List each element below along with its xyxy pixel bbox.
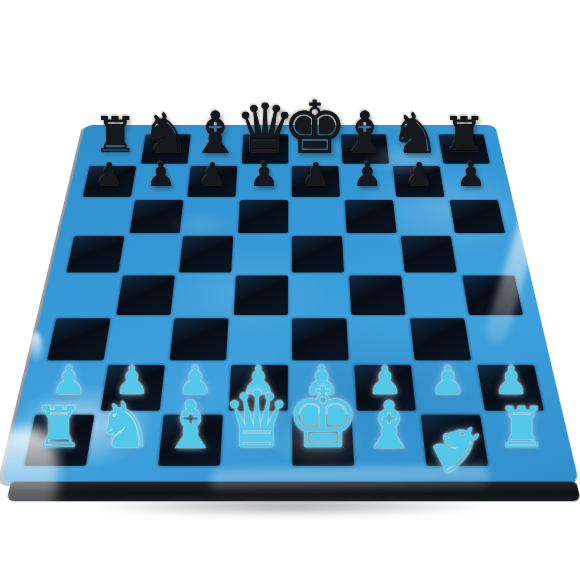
dark-square-inlay xyxy=(116,276,174,315)
photo-canvas: ♜♞♝♛♚♝♞♜♟♟♟♟♟♟♟♟♟♟♟♟♟♟♟♟♜♞♝♛♚♝♞♜ xyxy=(0,0,580,580)
square-e6[interactable] xyxy=(290,198,344,234)
square-c5[interactable] xyxy=(177,235,236,274)
dark-square-inlay xyxy=(238,200,288,233)
square-a5[interactable] xyxy=(64,235,127,274)
square-d5[interactable] xyxy=(234,235,291,274)
square-h3[interactable] xyxy=(467,316,536,362)
square-g4[interactable] xyxy=(403,274,467,316)
square-c4[interactable] xyxy=(172,274,233,316)
piece-black-pawn-d7[interactable]: ♟ xyxy=(250,159,279,192)
square-g5[interactable] xyxy=(399,235,460,274)
piece-black-rook-h8[interactable]: ♜ xyxy=(442,111,486,160)
square-f3[interactable] xyxy=(349,316,413,362)
dark-square-inlay xyxy=(129,200,183,233)
piece-black-rook-a8[interactable]: ♜ xyxy=(93,111,137,160)
dark-square-inlay xyxy=(349,276,405,315)
piece-white-pawn-g2[interactable]: ♟ xyxy=(430,361,466,401)
piece-black-knight-g8[interactable]: ♞ xyxy=(390,106,440,162)
square-c3[interactable] xyxy=(167,316,231,362)
piece-white-bishop-f1[interactable]: ♝ xyxy=(359,392,419,458)
square-b6[interactable] xyxy=(127,198,185,234)
square-h6[interactable] xyxy=(447,198,507,234)
square-f5[interactable] xyxy=(344,235,403,274)
piece-black-knight-b8[interactable]: ♞ xyxy=(140,106,190,162)
piece-black-pawn-f7[interactable]: ♟ xyxy=(353,159,382,192)
dark-square-inlay xyxy=(401,236,457,272)
dark-square-inlay xyxy=(234,276,288,315)
dark-square-inlay xyxy=(344,200,396,233)
piece-white-knight-b1[interactable]: ♞ xyxy=(96,394,153,458)
square-a4[interactable] xyxy=(55,274,121,316)
square-e3[interactable] xyxy=(290,316,351,362)
piece-black-pawn-h7[interactable]: ♟ xyxy=(456,159,485,192)
square-g6[interactable] xyxy=(395,198,453,234)
square-c6[interactable] xyxy=(181,198,237,234)
square-d6[interactable] xyxy=(236,198,290,234)
dark-square-inlay xyxy=(462,276,523,315)
square-b4[interactable] xyxy=(113,274,177,316)
square-h4[interactable] xyxy=(460,274,526,316)
square-f4[interactable] xyxy=(347,274,408,316)
piece-white-rook-a1[interactable]: ♜ xyxy=(33,400,84,457)
square-e4[interactable] xyxy=(290,274,349,316)
square-b3[interactable] xyxy=(106,316,172,362)
square-a6[interactable] xyxy=(73,198,133,234)
piece-black-pawn-a7[interactable]: ♟ xyxy=(94,159,123,192)
piece-white-rook-h1[interactable]: ♜ xyxy=(496,400,547,457)
dark-square-inlay xyxy=(179,236,233,272)
piece-white-bishop-c1[interactable]: ♝ xyxy=(161,392,221,458)
piece-white-queen-d1[interactable]: ♛ xyxy=(222,381,293,460)
dark-square-inlay xyxy=(449,200,505,233)
square-b5[interactable] xyxy=(121,235,182,274)
piece-black-bishop-f8[interactable]: ♝ xyxy=(339,104,391,162)
square-d3[interactable] xyxy=(229,316,290,362)
square-g3[interactable] xyxy=(408,316,474,362)
dark-square-inlay xyxy=(292,318,348,360)
square-e5[interactable] xyxy=(290,235,347,274)
dark-square-inlay xyxy=(47,318,111,360)
dark-square-inlay xyxy=(292,236,344,272)
piece-black-pawn-c7[interactable]: ♟ xyxy=(198,159,227,192)
dark-square-inlay xyxy=(170,318,229,360)
board-rim-edge xyxy=(7,482,580,502)
square-h5[interactable] xyxy=(453,235,516,274)
square-f6[interactable] xyxy=(342,198,398,234)
square-a3[interactable] xyxy=(44,316,113,362)
piece-white-king-e1[interactable]: ♚ xyxy=(286,377,361,461)
piece-black-pawn-b7[interactable]: ♟ xyxy=(146,159,175,192)
dark-square-inlay xyxy=(67,236,125,272)
square-d4[interactable] xyxy=(231,274,290,316)
dark-square-inlay xyxy=(410,318,471,360)
piece-black-pawn-e7[interactable]: ♟ xyxy=(301,159,330,192)
piece-black-pawn-g7[interactable]: ♟ xyxy=(405,159,434,192)
